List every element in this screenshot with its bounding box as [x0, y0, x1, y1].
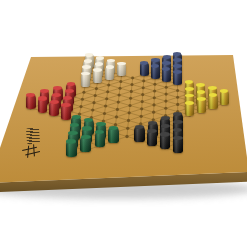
peg-white[interactable]	[81, 73, 90, 87]
peg-red[interactable]	[38, 97, 48, 112]
peg-white[interactable]	[117, 63, 126, 77]
board-hole[interactable]	[92, 101, 95, 104]
board-hole[interactable]	[140, 107, 143, 110]
board-hole[interactable]	[130, 83, 133, 86]
board-hole[interactable]	[106, 90, 109, 93]
peg-top	[84, 59, 92, 63]
photo-scene	[0, 0, 247, 247]
peg-top	[173, 128, 182, 132]
peg-top	[81, 135, 91, 139]
board-hole[interactable]	[127, 119, 130, 122]
peg-top	[173, 112, 182, 116]
board-hole[interactable]	[141, 93, 144, 96]
stamp-stroke	[33, 144, 35, 156]
peg-top	[208, 86, 217, 90]
stamp-seal-glyph	[26, 127, 40, 144]
peg-top	[106, 65, 114, 69]
peg-yellow[interactable]	[185, 102, 195, 117]
board-hole[interactable]	[95, 87, 98, 90]
stamp-stroke	[27, 146, 29, 158]
peg-top	[197, 97, 206, 101]
peg-navy[interactable]	[140, 62, 149, 76]
peg-navy[interactable]	[173, 71, 182, 85]
peg-top	[63, 96, 72, 100]
peg-top	[26, 93, 35, 97]
peg-top	[173, 58, 181, 62]
peg-top	[185, 80, 193, 84]
peg-top	[162, 61, 170, 65]
peg-top	[173, 70, 181, 74]
board-hole[interactable]	[118, 93, 121, 96]
board-hole[interactable]	[126, 127, 129, 130]
peg-top	[161, 124, 170, 128]
board-hole[interactable]	[104, 104, 107, 107]
peg-top	[40, 89, 49, 93]
board-hole[interactable]	[118, 87, 121, 90]
peg-top	[66, 139, 76, 143]
board-hole[interactable]	[152, 103, 155, 106]
peg-top	[173, 52, 181, 56]
peg-top	[95, 62, 103, 66]
peg-navy[interactable]	[151, 65, 160, 79]
peg-top	[84, 118, 93, 122]
peg-top	[162, 67, 170, 71]
board-hole[interactable]	[105, 97, 108, 100]
peg-top	[53, 86, 62, 90]
peg-top	[173, 136, 183, 140]
peg-top	[185, 101, 194, 105]
board-svg	[0, 0, 247, 247]
peg-top	[65, 89, 74, 93]
board-hole[interactable]	[130, 90, 133, 93]
board-hole[interactable]	[165, 86, 168, 89]
peg-top	[68, 131, 78, 135]
peg-top	[173, 64, 181, 68]
board-hole[interactable]	[140, 115, 143, 118]
peg-top	[50, 100, 59, 104]
peg-top	[117, 62, 125, 66]
peg-top	[151, 58, 159, 62]
peg-top	[148, 121, 157, 125]
peg-top	[95, 130, 105, 134]
peg-top	[67, 82, 76, 86]
peg-top	[220, 89, 229, 93]
board-hole[interactable]	[103, 112, 106, 115]
peg-top	[96, 56, 104, 60]
peg-top	[140, 61, 148, 65]
peg-top	[160, 132, 169, 136]
board-hole[interactable]	[125, 135, 128, 138]
peg-black[interactable]	[173, 137, 183, 153]
board-hole[interactable]	[128, 111, 131, 114]
stamp-hash-glyph	[22, 145, 40, 157]
board-hole[interactable]	[91, 108, 94, 111]
peg-top	[72, 115, 81, 119]
peg-green[interactable]	[80, 136, 91, 152]
peg-yellow[interactable]	[208, 94, 217, 109]
peg-white[interactable]	[93, 69, 102, 83]
peg-green[interactable]	[66, 140, 77, 157]
peg-top	[85, 53, 93, 57]
peg-top	[81, 72, 90, 76]
peg-top	[185, 87, 194, 91]
board-hole[interactable]	[176, 103, 179, 106]
peg-top	[38, 96, 47, 100]
peg-top	[173, 120, 182, 124]
peg-green[interactable]	[95, 131, 105, 147]
board-hole[interactable]	[116, 108, 119, 111]
peg-top	[93, 68, 101, 72]
peg-red[interactable]	[49, 101, 59, 116]
peg-top	[82, 126, 92, 130]
board-hole[interactable]	[176, 96, 179, 99]
board-hole[interactable]	[129, 97, 132, 100]
board-hole[interactable]	[79, 105, 82, 108]
peg-yellow[interactable]	[220, 90, 229, 105]
board-hole[interactable]	[165, 93, 168, 96]
peg-black[interactable]	[147, 130, 157, 146]
board-hole[interactable]	[152, 111, 155, 114]
peg-top	[163, 55, 171, 59]
board-hole[interactable]	[131, 77, 134, 80]
board-hole[interactable]	[153, 83, 156, 86]
peg-top	[197, 90, 206, 94]
board-hole[interactable]	[94, 94, 97, 97]
board-hole[interactable]	[117, 101, 120, 104]
peg-top	[196, 83, 204, 87]
peg-red[interactable]	[61, 104, 71, 119]
board-hole[interactable]	[153, 89, 156, 92]
board-hole[interactable]	[128, 104, 131, 107]
board-hole[interactable]	[164, 100, 167, 103]
board-hole[interactable]	[176, 89, 179, 92]
peg-top	[135, 125, 144, 129]
board-hole[interactable]	[142, 86, 145, 89]
peg-top	[61, 103, 70, 107]
peg-navy[interactable]	[162, 68, 171, 82]
peg-top	[82, 65, 90, 69]
board-hole[interactable]	[119, 80, 122, 83]
board-hole[interactable]	[142, 80, 145, 83]
board-hole[interactable]	[153, 96, 156, 99]
board-hole[interactable]	[107, 83, 110, 86]
peg-green[interactable]	[108, 127, 118, 143]
peg-top	[161, 116, 170, 120]
peg-top	[107, 59, 115, 63]
peg-top	[151, 64, 159, 68]
peg-top	[109, 126, 118, 130]
peg-black[interactable]	[160, 133, 170, 149]
board-hole[interactable]	[141, 100, 144, 103]
board-hole[interactable]	[82, 91, 85, 94]
board-hole[interactable]	[115, 115, 118, 118]
peg-white[interactable]	[105, 66, 114, 80]
peg-top	[70, 123, 79, 127]
peg-top	[96, 122, 105, 126]
board-hole[interactable]	[81, 98, 84, 101]
maker-stamp-icon	[21, 127, 43, 158]
peg-top	[52, 93, 61, 97]
peg-top	[147, 129, 156, 133]
peg-top	[209, 93, 218, 97]
peg-top	[185, 94, 194, 98]
peg-red[interactable]	[26, 94, 36, 109]
peg-yellow[interactable]	[197, 98, 207, 113]
peg-black[interactable]	[134, 126, 144, 142]
board-hole[interactable]	[164, 107, 167, 110]
